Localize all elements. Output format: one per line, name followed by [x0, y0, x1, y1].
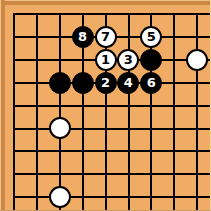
- intersection-h8: [163, 163, 186, 186]
- intersection-e6: [94, 117, 117, 140]
- intersection-a9: [3, 186, 26, 209]
- intersection-h5: [163, 94, 186, 117]
- intersection-h3: [163, 48, 186, 71]
- intersection-e5: [94, 94, 117, 117]
- intersection-h1: [163, 3, 186, 26]
- intersection-a3: [3, 48, 26, 71]
- intersection-i7: [186, 140, 209, 163]
- intersection-h2: [163, 25, 186, 48]
- intersection-c7: [48, 140, 71, 163]
- black-stone: [49, 72, 71, 94]
- intersection-i1: [186, 3, 209, 26]
- intersection-a2: [3, 25, 26, 48]
- intersection-e7: [94, 140, 117, 163]
- intersection-i6: [186, 117, 209, 140]
- intersection-b9: [25, 186, 48, 209]
- intersection-g3: [140, 48, 163, 71]
- intersection-c9: [48, 186, 71, 209]
- intersection-e4: 2: [94, 71, 117, 94]
- intersection-g5: [140, 94, 163, 117]
- white-stone-move-1: 1: [95, 49, 117, 71]
- intersection-c5: [48, 94, 71, 117]
- board-grid: 87513246: [3, 3, 209, 209]
- intersection-f2: [117, 25, 140, 48]
- white-stone-move-5: 5: [140, 26, 162, 48]
- intersection-c6: [48, 117, 71, 140]
- black-stone-move-4: 4: [117, 72, 139, 94]
- intersection-f1: [117, 3, 140, 26]
- intersection-c1: [48, 3, 71, 26]
- intersection-i4: [186, 71, 209, 94]
- intersection-a7: [3, 140, 26, 163]
- intersection-a1: [3, 3, 26, 26]
- intersection-h6: [163, 117, 186, 140]
- black-stone: [140, 49, 162, 71]
- intersection-g9: [140, 186, 163, 209]
- intersection-f6: [117, 117, 140, 140]
- intersection-e1: [94, 3, 117, 26]
- intersection-g1: [140, 3, 163, 26]
- intersection-d3: [71, 48, 94, 71]
- intersection-b1: [25, 3, 48, 26]
- white-stone: [49, 186, 71, 208]
- intersection-e8: [94, 163, 117, 186]
- intersection-g6: [140, 117, 163, 140]
- intersection-f7: [117, 140, 140, 163]
- white-stone-move-3: 3: [117, 49, 139, 71]
- intersection-i3: [186, 48, 209, 71]
- intersection-i8: [186, 163, 209, 186]
- intersection-c2: [48, 25, 71, 48]
- intersection-d6: [71, 117, 94, 140]
- intersection-b2: [25, 25, 48, 48]
- intersection-a8: [3, 163, 26, 186]
- intersection-i9: [186, 186, 209, 209]
- intersection-e2: 7: [94, 25, 117, 48]
- intersection-a5: [3, 94, 26, 117]
- intersection-i2: [186, 25, 209, 48]
- intersection-e3: 1: [94, 48, 117, 71]
- intersection-f8: [117, 163, 140, 186]
- go-board-diagram: 87513246: [0, 0, 211, 211]
- intersection-c4: [48, 71, 71, 94]
- intersection-b6: [25, 117, 48, 140]
- intersection-b8: [25, 163, 48, 186]
- intersection-d8: [71, 163, 94, 186]
- intersection-h7: [163, 140, 186, 163]
- intersection-f5: [117, 94, 140, 117]
- intersection-f3: 3: [117, 48, 140, 71]
- white-stone: [49, 117, 71, 139]
- intersection-b4: [25, 71, 48, 94]
- intersection-c8: [48, 163, 71, 186]
- white-stone-move-7: 7: [95, 26, 117, 48]
- intersection-d7: [71, 140, 94, 163]
- intersection-h9: [163, 186, 186, 209]
- intersection-a6: [3, 117, 26, 140]
- intersection-b3: [25, 48, 48, 71]
- intersection-c3: [48, 48, 71, 71]
- intersection-g8: [140, 163, 163, 186]
- intersection-g2: 5: [140, 25, 163, 48]
- intersection-f9: [117, 186, 140, 209]
- intersection-d1: [71, 3, 94, 26]
- intersection-f4: 4: [117, 71, 140, 94]
- intersection-i5: [186, 94, 209, 117]
- black-stone-move-8: 8: [72, 26, 94, 48]
- intersection-b7: [25, 140, 48, 163]
- black-stone: [72, 72, 94, 94]
- intersection-d9: [71, 186, 94, 209]
- intersection-d5: [71, 94, 94, 117]
- intersection-g4: 6: [140, 71, 163, 94]
- intersection-d2: 8: [71, 25, 94, 48]
- intersection-h4: [163, 71, 186, 94]
- black-stone-move-6: 6: [140, 72, 162, 94]
- intersection-g7: [140, 140, 163, 163]
- black-stone-move-2: 2: [95, 72, 117, 94]
- white-stone: [186, 49, 208, 71]
- intersection-e9: [94, 186, 117, 209]
- intersection-b5: [25, 94, 48, 117]
- intersection-a4: [3, 71, 26, 94]
- intersection-d4: [71, 71, 94, 94]
